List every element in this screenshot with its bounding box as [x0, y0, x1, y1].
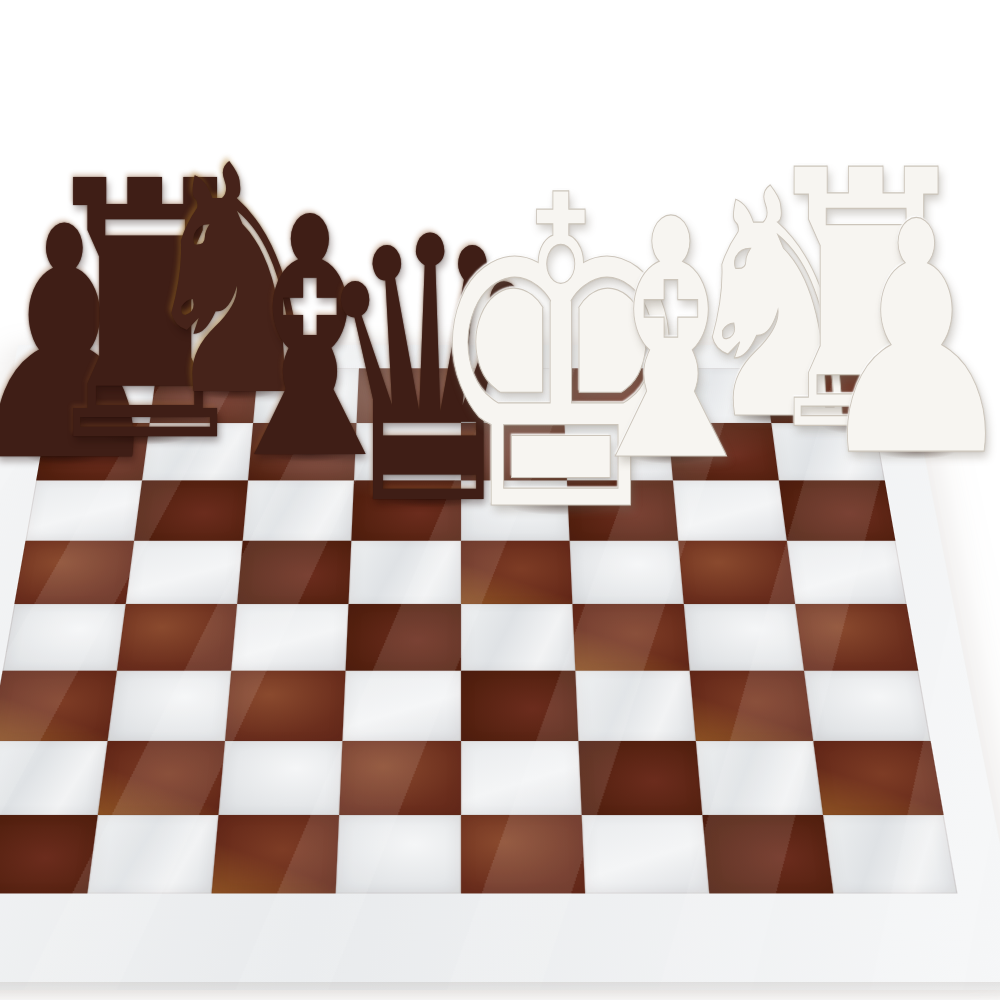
product-photo-scene: ♟♟♜♜♞♞♝♝♛♛♚♚♝♝♞♞♜♜♟♟: [0, 0, 1000, 1000]
pieces-layer: ♟♟♜♜♞♞♝♝♛♛♚♚♝♝♞♞♜♜♟♟: [0, 0, 1000, 1000]
pawn-icon: ♟: [814, 180, 1000, 500]
